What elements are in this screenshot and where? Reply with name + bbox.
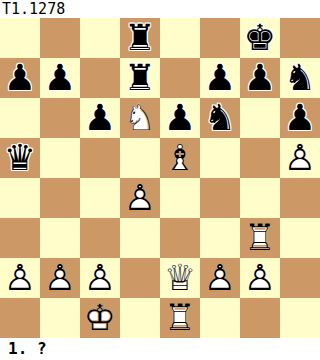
square-b3[interactable] bbox=[40, 218, 80, 258]
square-e7[interactable] bbox=[160, 58, 200, 98]
square-a7[interactable]: ♟ bbox=[0, 58, 40, 98]
black-pawn-glyph: ♟ bbox=[80, 98, 120, 138]
square-h7[interactable]: ♞ bbox=[280, 58, 320, 98]
piece-black-knight[interactable]: ♞ bbox=[200, 98, 240, 138]
square-d5[interactable] bbox=[120, 138, 160, 178]
piece-black-pawn[interactable]: ♟ bbox=[40, 58, 80, 98]
piece-white-queen[interactable]: ♛♕ bbox=[160, 258, 200, 298]
white-pawn-outline-glyph: ♙ bbox=[80, 258, 120, 298]
piece-white-pawn[interactable]: ♟♙ bbox=[240, 258, 280, 298]
square-f1[interactable] bbox=[200, 298, 240, 338]
piece-black-pawn[interactable]: ♟ bbox=[160, 98, 200, 138]
piece-white-pawn[interactable]: ♟♙ bbox=[200, 258, 240, 298]
square-f5[interactable] bbox=[200, 138, 240, 178]
piece-white-king[interactable]: ♚♔ bbox=[80, 298, 120, 338]
puzzle-id-label: T1.1278 bbox=[2, 0, 65, 18]
black-king-glyph: ♚ bbox=[240, 18, 280, 58]
square-h4[interactable] bbox=[280, 178, 320, 218]
square-g8[interactable]: ♚ bbox=[240, 18, 280, 58]
square-a2[interactable]: ♟♙ bbox=[0, 258, 40, 298]
square-h5[interactable]: ♟♙ bbox=[280, 138, 320, 178]
piece-white-rook[interactable]: ♜♖ bbox=[240, 218, 280, 258]
black-pawn-glyph: ♟ bbox=[0, 58, 40, 98]
square-d7[interactable]: ♜ bbox=[120, 58, 160, 98]
square-c1[interactable]: ♚♔ bbox=[80, 298, 120, 338]
piece-white-rook[interactable]: ♜♖ bbox=[160, 298, 200, 338]
square-f4[interactable] bbox=[200, 178, 240, 218]
square-d1[interactable] bbox=[120, 298, 160, 338]
square-e1[interactable]: ♜♖ bbox=[160, 298, 200, 338]
square-b5[interactable] bbox=[40, 138, 80, 178]
square-h8[interactable] bbox=[280, 18, 320, 58]
square-d8[interactable]: ♜ bbox=[120, 18, 160, 58]
black-pawn-glyph: ♟ bbox=[240, 58, 280, 98]
piece-black-pawn[interactable]: ♟ bbox=[240, 58, 280, 98]
square-g6[interactable] bbox=[240, 98, 280, 138]
white-bishop-outline-glyph: ♗ bbox=[160, 138, 200, 178]
piece-white-knight[interactable]: ♞♘ bbox=[120, 98, 160, 138]
white-rook-glyph: ♜ bbox=[240, 218, 280, 258]
piece-white-pawn[interactable]: ♟♙ bbox=[80, 258, 120, 298]
black-pawn-glyph: ♟ bbox=[280, 98, 320, 138]
square-f2[interactable]: ♟♙ bbox=[200, 258, 240, 298]
white-bishop-glyph: ♝ bbox=[160, 138, 200, 178]
square-e4[interactable] bbox=[160, 178, 200, 218]
square-a1[interactable] bbox=[0, 298, 40, 338]
white-pawn-glyph: ♟ bbox=[120, 178, 160, 218]
piece-white-pawn[interactable]: ♟♙ bbox=[40, 258, 80, 298]
square-b7[interactable]: ♟ bbox=[40, 58, 80, 98]
square-a8[interactable] bbox=[0, 18, 40, 58]
square-g3[interactable]: ♜♖ bbox=[240, 218, 280, 258]
square-f6[interactable]: ♞ bbox=[200, 98, 240, 138]
square-b8[interactable] bbox=[40, 18, 80, 58]
square-f7[interactable]: ♟ bbox=[200, 58, 240, 98]
square-c3[interactable] bbox=[80, 218, 120, 258]
black-rook-glyph: ♜ bbox=[120, 18, 160, 58]
white-rook-outline-glyph: ♖ bbox=[240, 218, 280, 258]
square-e3[interactable] bbox=[160, 218, 200, 258]
move-prompt: 1. ? bbox=[8, 339, 47, 358]
white-pawn-glyph: ♟ bbox=[240, 258, 280, 298]
square-e5[interactable]: ♝♗ bbox=[160, 138, 200, 178]
square-b1[interactable] bbox=[40, 298, 80, 338]
square-c4[interactable] bbox=[80, 178, 120, 218]
piece-white-bishop[interactable]: ♝♗ bbox=[160, 138, 200, 178]
piece-black-rook[interactable]: ♜ bbox=[120, 58, 160, 98]
black-rook-glyph: ♜ bbox=[120, 58, 160, 98]
piece-white-pawn[interactable]: ♟♙ bbox=[0, 258, 40, 298]
white-knight-outline-glyph: ♘ bbox=[120, 98, 160, 138]
black-queen-glyph: ♛ bbox=[0, 138, 40, 178]
square-f3[interactable] bbox=[200, 218, 240, 258]
black-knight-glyph: ♞ bbox=[280, 58, 320, 98]
white-queen-outline-glyph: ♕ bbox=[160, 258, 200, 298]
piece-black-knight[interactable]: ♞ bbox=[280, 58, 320, 98]
square-g2[interactable]: ♟♙ bbox=[240, 258, 280, 298]
white-pawn-glyph: ♟ bbox=[200, 258, 240, 298]
square-e6[interactable]: ♟ bbox=[160, 98, 200, 138]
square-a4[interactable] bbox=[0, 178, 40, 218]
white-rook-glyph: ♜ bbox=[160, 298, 200, 338]
piece-white-pawn[interactable]: ♟♙ bbox=[120, 178, 160, 218]
square-h2[interactable] bbox=[280, 258, 320, 298]
square-c2[interactable]: ♟♙ bbox=[80, 258, 120, 298]
piece-black-pawn[interactable]: ♟ bbox=[0, 58, 40, 98]
square-b2[interactable]: ♟♙ bbox=[40, 258, 80, 298]
piece-white-pawn[interactable]: ♟♙ bbox=[280, 138, 320, 178]
chess-board: ♜♚♟♟♜♟♟♞♟♞♘♟♞♟♛♝♗♟♙♟♙♜♖♟♙♟♙♟♙♛♕♟♙♟♙♚♔♜♖ bbox=[0, 18, 320, 338]
square-g5[interactable] bbox=[240, 138, 280, 178]
white-knight-glyph: ♞ bbox=[120, 98, 160, 138]
white-pawn-glyph: ♟ bbox=[0, 258, 40, 298]
piece-black-king[interactable]: ♚ bbox=[240, 18, 280, 58]
square-h1[interactable] bbox=[280, 298, 320, 338]
square-c5[interactable] bbox=[80, 138, 120, 178]
square-d3[interactable] bbox=[120, 218, 160, 258]
square-c8[interactable] bbox=[80, 18, 120, 58]
white-pawn-glyph: ♟ bbox=[40, 258, 80, 298]
piece-black-pawn[interactable]: ♟ bbox=[280, 98, 320, 138]
square-e8[interactable] bbox=[160, 18, 200, 58]
square-g1[interactable] bbox=[240, 298, 280, 338]
square-a3[interactable] bbox=[0, 218, 40, 258]
piece-black-rook[interactable]: ♜ bbox=[120, 18, 160, 58]
white-pawn-outline-glyph: ♙ bbox=[0, 258, 40, 298]
white-king-outline-glyph: ♔ bbox=[80, 298, 120, 338]
square-b6[interactable] bbox=[40, 98, 80, 138]
white-queen-glyph: ♛ bbox=[160, 258, 200, 298]
black-pawn-glyph: ♟ bbox=[200, 58, 240, 98]
white-king-glyph: ♚ bbox=[80, 298, 120, 338]
black-knight-glyph: ♞ bbox=[200, 98, 240, 138]
white-pawn-outline-glyph: ♙ bbox=[40, 258, 80, 298]
square-f8[interactable] bbox=[200, 18, 240, 58]
white-pawn-outline-glyph: ♙ bbox=[200, 258, 240, 298]
square-d4[interactable]: ♟♙ bbox=[120, 178, 160, 218]
square-a5[interactable]: ♛ bbox=[0, 138, 40, 178]
white-pawn-outline-glyph: ♙ bbox=[280, 138, 320, 178]
square-h3[interactable] bbox=[280, 218, 320, 258]
white-pawn-outline-glyph: ♙ bbox=[240, 258, 280, 298]
square-a6[interactable] bbox=[0, 98, 40, 138]
square-c7[interactable] bbox=[80, 58, 120, 98]
square-g7[interactable]: ♟ bbox=[240, 58, 280, 98]
black-pawn-glyph: ♟ bbox=[160, 98, 200, 138]
square-e2[interactable]: ♛♕ bbox=[160, 258, 200, 298]
white-pawn-glyph: ♟ bbox=[280, 138, 320, 178]
square-d6[interactable]: ♞♘ bbox=[120, 98, 160, 138]
white-pawn-outline-glyph: ♙ bbox=[120, 178, 160, 218]
chess-puzzle-screen: T1.1278 ♜♚♟♟♜♟♟♞♟♞♘♟♞♟♛♝♗♟♙♟♙♜♖♟♙♟♙♟♙♛♕♟… bbox=[0, 0, 320, 360]
square-c6[interactable]: ♟ bbox=[80, 98, 120, 138]
square-h6[interactable]: ♟ bbox=[280, 98, 320, 138]
square-b4[interactable] bbox=[40, 178, 80, 218]
piece-black-pawn[interactable]: ♟ bbox=[200, 58, 240, 98]
piece-black-queen[interactable]: ♛ bbox=[0, 138, 40, 178]
white-pawn-glyph: ♟ bbox=[80, 258, 120, 298]
square-d2[interactable] bbox=[120, 258, 160, 298]
piece-black-pawn[interactable]: ♟ bbox=[80, 98, 120, 138]
white-rook-outline-glyph: ♖ bbox=[160, 298, 200, 338]
black-pawn-glyph: ♟ bbox=[40, 58, 80, 98]
square-g4[interactable] bbox=[240, 178, 280, 218]
